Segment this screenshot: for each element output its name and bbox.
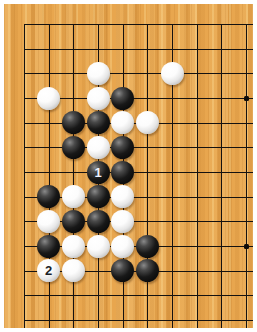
grid-line-vertical: [246, 24, 247, 328]
white-stone-B11[interactable]: [37, 210, 60, 233]
white-stone-C9[interactable]: [62, 259, 85, 282]
grid-line-horizontal: [24, 320, 253, 321]
white-stone-B16[interactable]: [37, 87, 60, 110]
black-stone-E13[interactable]: [111, 161, 134, 184]
black-stone-D15[interactable]: [87, 111, 110, 134]
black-stone-C15[interactable]: [62, 111, 85, 134]
black-stone-F10[interactable]: [136, 235, 159, 258]
white-stone-B9[interactable]: 2: [37, 259, 60, 282]
grid-line-vertical: [24, 24, 25, 328]
black-stone-E16[interactable]: [111, 87, 134, 110]
star-point-K10: [244, 244, 249, 249]
grid-line-vertical: [221, 24, 222, 328]
star-point-K16: [244, 96, 249, 101]
go-diagram: 12: [0, 0, 257, 332]
grid-line-vertical: [197, 24, 198, 328]
white-stone-D10[interactable]: [87, 235, 110, 258]
grid-line-horizontal: [24, 73, 253, 74]
grid-line-vertical: [73, 24, 74, 328]
grid-line-vertical: [147, 24, 148, 328]
black-stone-F9[interactable]: [136, 259, 159, 282]
white-stone-E15[interactable]: [111, 111, 134, 134]
white-stone-F15[interactable]: [136, 111, 159, 134]
move-number-label: 1: [94, 165, 101, 178]
white-stone-G17[interactable]: [161, 62, 184, 85]
white-stone-D17[interactable]: [87, 62, 110, 85]
white-stone-E12[interactable]: [111, 185, 134, 208]
white-stone-E10[interactable]: [111, 235, 134, 258]
black-stone-E9[interactable]: [111, 259, 134, 282]
black-stone-B12[interactable]: [37, 185, 60, 208]
grid-line-horizontal: [24, 49, 253, 50]
white-stone-C10[interactable]: [62, 235, 85, 258]
white-stone-D16[interactable]: [87, 87, 110, 110]
black-stone-C14[interactable]: [62, 136, 85, 159]
grid-line-horizontal: [24, 172, 253, 173]
white-stone-D14[interactable]: [87, 136, 110, 159]
black-stone-C11[interactable]: [62, 210, 85, 233]
grid-line-horizontal: [24, 295, 253, 296]
white-stone-C12[interactable]: [62, 185, 85, 208]
grid-line-horizontal: [24, 147, 253, 148]
black-stone-D11[interactable]: [87, 210, 110, 233]
grid-line-horizontal: [24, 24, 253, 25]
grid-line-vertical: [49, 24, 50, 328]
black-stone-D13[interactable]: 1: [87, 161, 110, 184]
black-stone-D12[interactable]: [87, 185, 110, 208]
white-stone-E11[interactable]: [111, 210, 134, 233]
move-number-label: 2: [45, 264, 52, 277]
black-stone-E14[interactable]: [111, 136, 134, 159]
go-board[interactable]: 12: [4, 4, 253, 328]
black-stone-B10[interactable]: [37, 235, 60, 258]
